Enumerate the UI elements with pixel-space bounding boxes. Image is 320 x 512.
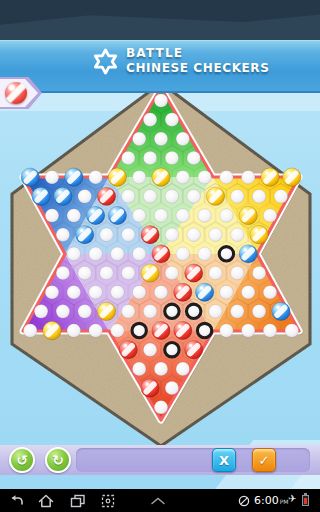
- hole-r12-p11[interactable]: [252, 305, 266, 319]
- blue-marble-r6-p2[interactable]: [54, 187, 72, 205]
- hole-r9-p6[interactable]: [176, 247, 190, 261]
- red-marble-r13-p7[interactable]: [152, 321, 170, 339]
- hole-r10-p4[interactable]: [122, 266, 136, 280]
- blue-marble-r8-p2[interactable]: [76, 225, 94, 243]
- blue-marble-r7-p3[interactable]: [86, 206, 104, 224]
- hole-r6-p12[interactable]: [274, 190, 288, 204]
- blue-marble-r6-p1[interactable]: [32, 187, 50, 205]
- no-signal-icon: [236, 493, 252, 509]
- turn-indicator-inner: [0, 79, 38, 107]
- hole-r10-p3[interactable]: [100, 266, 114, 280]
- confirm-move-button[interactable]: ✓: [252, 448, 276, 472]
- airplane-mode-icon: ✈: [288, 493, 296, 504]
- hole-r13-p5[interactable]: [111, 324, 125, 338]
- hole-r7-p2[interactable]: [67, 209, 81, 223]
- hole-r11-p3[interactable]: [89, 285, 103, 299]
- hole-r12-p9[interactable]: [209, 305, 223, 319]
- hole-r11-p9[interactable]: [220, 285, 234, 299]
- hole-r8-p6[interactable]: [165, 228, 179, 242]
- yellow-marble-r5-p13[interactable]: [283, 168, 301, 186]
- hole-r11-p2[interactable]: [67, 285, 81, 299]
- blue-marble-r7-p4[interactable]: [108, 206, 126, 224]
- undo-button[interactable]: ↺: [9, 447, 35, 473]
- header-banner: BATTLE CHINESE CHECKERS: [0, 40, 320, 93]
- hole-r13-p1[interactable]: [23, 324, 37, 338]
- hole-r5-p4[interactable]: [89, 170, 103, 184]
- hole-r15-p2[interactable]: [154, 362, 168, 376]
- red-marble-r10-p7[interactable]: [185, 264, 203, 282]
- hole-r11-p6[interactable]: [154, 285, 168, 299]
- hole-r7-p1[interactable]: [45, 209, 59, 223]
- hole-r10-p10[interactable]: [252, 266, 266, 280]
- hole-r13-p13[interactable]: [285, 324, 299, 338]
- back-icon[interactable]: [8, 493, 24, 509]
- hole-r11-p11[interactable]: [263, 285, 277, 299]
- hole-r1-p1[interactable]: [154, 94, 168, 108]
- hole-r3-p2[interactable]: [154, 132, 168, 146]
- hole-r6-p8[interactable]: [187, 190, 201, 204]
- hole-r9-p1[interactable]: [67, 247, 81, 261]
- hole-r11-p4[interactable]: [111, 285, 125, 299]
- hole-r10-p9[interactable]: [231, 266, 245, 280]
- red-marble-r14-p1[interactable]: [119, 341, 137, 359]
- hole-r8-p9[interactable]: [231, 228, 245, 242]
- yellow-marble-r10-p5[interactable]: [141, 264, 159, 282]
- blue-marble-r11-p8[interactable]: [195, 283, 213, 301]
- android-navbar: 6:00 PM ✈: [0, 489, 320, 512]
- hole-r5-p8[interactable]: [176, 170, 190, 184]
- hole-r7-p7[interactable]: [176, 209, 190, 223]
- hole-r13-p12[interactable]: [263, 324, 277, 338]
- battery-icon: [302, 495, 309, 506]
- hole-r8-p7[interactable]: [187, 228, 201, 242]
- screen-capture-icon[interactable]: [100, 493, 116, 509]
- hole-r6-p6[interactable]: [143, 190, 157, 204]
- yellow-marble-r5-p5[interactable]: [108, 168, 126, 186]
- clock-time: 6:00: [254, 494, 279, 507]
- game-toolbar: ↺ ↻ X ✓: [0, 445, 320, 475]
- hole-r10-p1[interactable]: [56, 266, 70, 280]
- hole-r7-p6[interactable]: [154, 209, 168, 223]
- home-icon[interactable]: [38, 493, 54, 509]
- red-marble-r13-p8[interactable]: [174, 321, 192, 339]
- hole-r11-p10[interactable]: [241, 285, 255, 299]
- hole-r8-p4[interactable]: [122, 228, 136, 242]
- hole-r8-p1[interactable]: [56, 228, 70, 242]
- hole-r12-p6[interactable]: [143, 305, 157, 319]
- hole-r13-p3[interactable]: [67, 324, 81, 338]
- hole-r9-p3[interactable]: [111, 247, 125, 261]
- app-screen: BATTLE CHINESE CHECKERS ↺ ↻ X ✓: [0, 0, 320, 512]
- blue-marble-r12-p12[interactable]: [272, 302, 290, 320]
- hole-r15-p1[interactable]: [132, 362, 146, 376]
- redo-button[interactable]: ↻: [45, 447, 71, 473]
- app-title-line2: CHINESE CHECKERS: [126, 61, 269, 76]
- cancel-move-button[interactable]: X: [212, 448, 236, 472]
- hole-r6-p5[interactable]: [122, 190, 136, 204]
- hole-r7-p5[interactable]: [132, 209, 146, 223]
- hole-r13-p10[interactable]: [220, 324, 234, 338]
- hole-r12-p5[interactable]: [122, 305, 136, 319]
- hole-r6-p10[interactable]: [231, 190, 245, 204]
- red-marble-r16-p1[interactable]: [141, 379, 159, 397]
- red-marble-r11-p7[interactable]: [174, 283, 192, 301]
- red-marble-r14-p4[interactable]: [185, 341, 203, 359]
- undo-icon: ↺: [16, 453, 28, 467]
- hole-r6-p7[interactable]: [165, 190, 179, 204]
- red-marble-r9-p5[interactable]: [152, 245, 170, 263]
- hole-r11-p5[interactable]: [132, 285, 146, 299]
- hole-r5-p2[interactable]: [45, 170, 59, 184]
- red-marble-r8-p5[interactable]: [141, 225, 159, 243]
- yellow-marble-r8-p10[interactable]: [250, 225, 268, 243]
- red-marble-r6-p4[interactable]: [97, 187, 115, 205]
- hole-r5-p6[interactable]: [132, 170, 146, 184]
- hole-r10-p6[interactable]: [165, 266, 179, 280]
- yellow-marble-r7-p10[interactable]: [239, 206, 257, 224]
- recent-apps-icon[interactable]: [70, 493, 86, 509]
- star-logo-icon: [92, 48, 119, 75]
- hole-r4-p1[interactable]: [122, 151, 136, 165]
- hole-r9-p7[interactable]: [198, 247, 212, 261]
- yellow-marble-r13-p2[interactable]: [43, 321, 61, 339]
- current-turn-red-marble: [5, 82, 27, 104]
- hole-r7-p8[interactable]: [198, 209, 212, 223]
- hole-r15-p3[interactable]: [176, 362, 190, 376]
- hole-r4-p3[interactable]: [165, 151, 179, 165]
- hole-r9-p4[interactable]: [132, 247, 146, 261]
- hole-r3-p1[interactable]: [132, 132, 146, 146]
- hole-r7-p11[interactable]: [263, 209, 277, 223]
- hole-r6-p3[interactable]: [78, 190, 92, 204]
- hole-r10-p2[interactable]: [78, 266, 92, 280]
- hole-r16-p2[interactable]: [165, 381, 179, 395]
- hole-r10-p8[interactable]: [209, 266, 223, 280]
- hole-r8-p8[interactable]: [209, 228, 223, 242]
- app-title: BATTLE CHINESE CHECKERS: [126, 46, 269, 76]
- hole-r13-p11[interactable]: [241, 324, 255, 338]
- hole-r4-p4[interactable]: [187, 151, 201, 165]
- hole-r9-p2[interactable]: [89, 247, 103, 261]
- top-backdrop: [0, 0, 320, 40]
- hole-r12-p3[interactable]: [78, 305, 92, 319]
- hole-r5-p9[interactable]: [198, 170, 212, 184]
- hole-r6-p11[interactable]: [252, 190, 266, 204]
- hole-r13-p4[interactable]: [89, 324, 103, 338]
- hole-r12-p1[interactable]: [34, 305, 48, 319]
- yellow-marble-r12-p4[interactable]: [97, 302, 115, 320]
- hole-r8-p3[interactable]: [100, 228, 114, 242]
- status-clock: 6:00 PM: [254, 494, 289, 507]
- hole-r12-p10[interactable]: [231, 305, 245, 319]
- hole-r11-p1[interactable]: [45, 285, 59, 299]
- yellow-marble-r6-p9[interactable]: [206, 187, 224, 205]
- hole-r14-p2[interactable]: [143, 343, 157, 357]
- blue-marble-r5-p1[interactable]: [21, 168, 39, 186]
- hole-r12-p2[interactable]: [56, 305, 70, 319]
- cancel-icon: X: [219, 454, 229, 467]
- hole-r5-p10[interactable]: [220, 170, 234, 184]
- hole-r3-p3[interactable]: [176, 132, 190, 146]
- yellow-marble-r5-p7[interactable]: [152, 168, 170, 186]
- blue-marble-r9-p9[interactable]: [239, 245, 257, 263]
- hole-r4-p2[interactable]: [143, 151, 157, 165]
- app-title-line1: BATTLE: [126, 46, 269, 61]
- backdrop-ridge: [0, 0, 320, 40]
- blue-marble-r5-p3[interactable]: [65, 168, 83, 186]
- chevron-up-icon[interactable]: [150, 493, 166, 509]
- hole-r5-p11[interactable]: [241, 170, 255, 184]
- hole-r7-p9[interactable]: [220, 209, 234, 223]
- hole-r17-p1[interactable]: [154, 400, 168, 414]
- redo-icon: ↻: [52, 453, 64, 467]
- hole-r2-p1[interactable]: [143, 113, 157, 127]
- yellow-marble-r5-p12[interactable]: [261, 168, 279, 186]
- hole-r2-p2[interactable]: [165, 113, 179, 127]
- confirm-icon: ✓: [259, 454, 270, 467]
